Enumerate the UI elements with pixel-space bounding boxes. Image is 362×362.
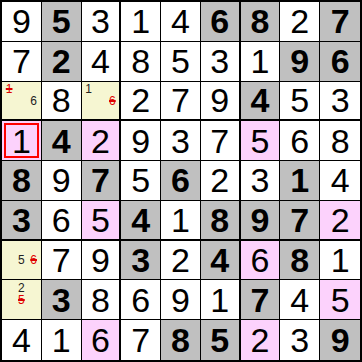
cell-r4c7[interactable]: 5	[241, 121, 281, 161]
cell-value: 7	[290, 203, 309, 237]
cell-r1c1[interactable]: 9	[2, 2, 42, 42]
cell-r5c3[interactable]: 7	[82, 161, 122, 201]
sudoku-board: 9531468277248531961681627945314293756889…	[0, 0, 362, 362]
cell-value: 3	[131, 243, 150, 277]
cell-r7c2[interactable]: 7	[42, 241, 82, 281]
cell-r2c5[interactable]: 5	[161, 42, 201, 82]
cell-value: 1	[171, 203, 190, 237]
cell-value: 3	[52, 283, 71, 317]
cell-value: 2	[131, 83, 150, 117]
cell-r8c3[interactable]: 8	[82, 280, 122, 320]
cell-value: 6	[52, 203, 71, 237]
cell-r2c4[interactable]: 8	[121, 42, 161, 82]
cell-value: 1	[131, 4, 150, 38]
cell-r7c6[interactable]: 4	[201, 241, 241, 281]
cell-r6c5[interactable]: 1	[161, 201, 201, 241]
cell-value: 2	[210, 163, 229, 197]
cell-r8c6[interactable]: 1	[201, 280, 241, 320]
cell-r5c7[interactable]: 3	[241, 161, 281, 201]
cell-value: 2	[171, 243, 190, 277]
cell-value: 2	[251, 323, 270, 357]
cell-value: 7	[210, 124, 229, 158]
pencil-mark-eliminated: 6	[28, 254, 40, 266]
pencil-mark: 5	[15, 254, 27, 266]
cell-r4c1[interactable]: 1	[2, 121, 42, 161]
cell-r5c5[interactable]: 6	[161, 161, 201, 201]
cell-r7c1[interactable]: 56	[2, 241, 42, 281]
cell-value: 6	[171, 163, 190, 197]
cell-value: 1	[12, 124, 31, 158]
cell-value: 7	[12, 44, 31, 78]
cell-value: 4	[290, 283, 309, 317]
cell-value: 2	[331, 203, 350, 237]
cell-r1c2[interactable]: 5	[42, 2, 82, 42]
cell-r2c1[interactable]: 7	[2, 42, 42, 82]
cell-r8c9[interactable]: 5	[320, 280, 360, 320]
pencil-marks: 56	[3, 242, 40, 279]
cell-value: 6	[131, 283, 150, 317]
cell-r3c5[interactable]: 7	[161, 82, 201, 122]
cell-r4c6[interactable]: 7	[201, 121, 241, 161]
cell-r1c6[interactable]: 6	[201, 2, 241, 42]
cell-value: 3	[91, 4, 110, 38]
cell-r2c2[interactable]: 2	[42, 42, 82, 82]
cell-r2c6[interactable]: 3	[201, 42, 241, 82]
cell-r4c9[interactable]: 8	[320, 121, 360, 161]
cell-r9c5[interactable]: 8	[161, 320, 201, 360]
cell-value: 3	[171, 124, 190, 158]
cell-value: 1	[331, 243, 350, 277]
cell-r4c2[interactable]: 4	[42, 121, 82, 161]
cell-value: 7	[91, 163, 110, 197]
cell-value: 8	[210, 203, 229, 237]
cell-r4c4[interactable]: 9	[121, 121, 161, 161]
cell-r9c9[interactable]: 9	[320, 320, 360, 360]
cell-r2c3[interactable]: 4	[82, 42, 122, 82]
cell-r9c7[interactable]: 2	[241, 320, 281, 360]
cell-value: 5	[290, 83, 309, 117]
cell-value: 8	[171, 323, 190, 357]
pencil-marks: 25	[3, 281, 40, 318]
pencil-mark: 1	[83, 83, 95, 95]
cell-value: 4	[91, 44, 110, 78]
cell-value: 2	[52, 44, 71, 78]
cell-r2c7[interactable]: 1	[241, 42, 281, 82]
cell-value: 8	[12, 163, 31, 197]
cell-r5c2[interactable]: 9	[42, 161, 82, 201]
cell-r7c9[interactable]: 1	[320, 241, 360, 281]
cell-r9c8[interactable]: 3	[280, 320, 320, 360]
cell-r6c7[interactable]: 9	[241, 201, 281, 241]
cell-value: 3	[251, 163, 270, 197]
cell-value: 1	[290, 163, 309, 197]
cell-r8c4[interactable]: 6	[121, 280, 161, 320]
cell-value: 6	[210, 4, 229, 38]
cell-r3c9[interactable]: 3	[320, 82, 360, 122]
cell-r7c7[interactable]: 6	[241, 241, 281, 281]
pencil-mark: 6	[28, 95, 40, 107]
cell-value: 6	[331, 44, 350, 78]
cell-value: 4	[331, 163, 350, 197]
cell-value: 8	[131, 44, 150, 78]
cell-r7c3[interactable]: 9	[82, 241, 122, 281]
cell-r7c4[interactable]: 3	[121, 241, 161, 281]
cell-r1c5[interactable]: 4	[161, 2, 201, 42]
cell-value: 9	[251, 203, 270, 237]
cell-r6c8[interactable]: 7	[280, 201, 320, 241]
cell-value: 6	[290, 124, 309, 158]
pencil-mark-eliminated: 1	[3, 83, 15, 95]
cell-value: 9	[210, 83, 229, 117]
cell-r9c4[interactable]: 7	[121, 320, 161, 360]
cell-r1c7[interactable]: 8	[241, 2, 281, 42]
cell-r3c6[interactable]: 9	[201, 82, 241, 122]
cell-r3c7[interactable]: 4	[241, 82, 281, 122]
cell-r1c9[interactable]: 7	[320, 2, 360, 42]
cell-value: 8	[331, 124, 350, 158]
cell-value: 5	[91, 203, 110, 237]
cell-value: 7	[171, 83, 190, 117]
cell-r9c6[interactable]: 5	[201, 320, 241, 360]
cell-value: 3	[290, 323, 309, 357]
cell-r9c2[interactable]: 1	[42, 320, 82, 360]
cell-r1c3[interactable]: 3	[82, 2, 122, 42]
cell-r6c9[interactable]: 2	[320, 201, 360, 241]
cell-value: 7	[331, 4, 350, 38]
cell-r5c8[interactable]: 1	[280, 161, 320, 201]
cell-value: 7	[251, 283, 270, 317]
cell-r6c6[interactable]: 8	[201, 201, 241, 241]
cell-r9c1[interactable]: 4	[2, 320, 42, 360]
cell-value: 2	[91, 124, 110, 158]
cell-r1c8[interactable]: 2	[280, 2, 320, 42]
cell-value: 4	[251, 83, 270, 117]
cell-r5c6[interactable]: 2	[201, 161, 241, 201]
cell-r3c2[interactable]: 8	[42, 82, 82, 122]
cell-r5c1[interactable]: 8	[2, 161, 42, 201]
cell-r7c5[interactable]: 2	[161, 241, 201, 281]
pencil-marks: 16	[83, 83, 119, 119]
cell-value: 9	[331, 323, 350, 357]
cell-value: 9	[52, 163, 71, 197]
cell-value: 8	[290, 243, 309, 277]
cell-r6c3[interactable]: 5	[82, 201, 122, 241]
cell-r1c4[interactable]: 1	[121, 2, 161, 42]
cell-r5c4[interactable]: 5	[121, 161, 161, 201]
cell-value: 9	[12, 4, 31, 38]
cell-r6c1[interactable]: 3	[2, 201, 42, 241]
cell-r5c9[interactable]: 4	[320, 161, 360, 201]
cell-value: 5	[171, 44, 190, 78]
cell-r2c8[interactable]: 9	[280, 42, 320, 82]
cell-value: 9	[290, 44, 309, 78]
pencil-marks: 16	[3, 83, 40, 119]
cell-r8c7[interactable]: 7	[241, 280, 281, 320]
cell-value: 8	[251, 4, 270, 38]
cell-value: 1	[251, 44, 270, 78]
cell-r8c2[interactable]: 3	[42, 280, 82, 320]
cell-value: 5	[331, 283, 350, 317]
cell-value: 7	[52, 243, 71, 277]
cell-value: 8	[52, 83, 71, 117]
cell-value: 4	[52, 124, 71, 158]
cell-value: 9	[131, 124, 150, 158]
cell-value: 5	[251, 124, 270, 158]
cell-r3c8[interactable]: 5	[280, 82, 320, 122]
cell-r6c2[interactable]: 6	[42, 201, 82, 241]
cell-value: 4	[210, 243, 229, 277]
cell-r8c5[interactable]: 9	[161, 280, 201, 320]
cell-value: 5	[210, 323, 229, 357]
cell-value: 4	[12, 323, 31, 357]
cell-value: 8	[91, 283, 110, 317]
cell-r4c5[interactable]: 3	[161, 121, 201, 161]
cell-r3c3[interactable]: 16	[82, 82, 122, 122]
cell-value: 7	[131, 323, 150, 357]
cell-value: 1	[210, 283, 229, 317]
cell-value: 9	[171, 283, 190, 317]
cell-value: 5	[131, 163, 150, 197]
cell-value: 5	[52, 4, 71, 38]
cell-value: 2	[290, 4, 309, 38]
cell-value: 4	[131, 203, 150, 237]
cell-r8c8[interactable]: 4	[280, 280, 320, 320]
cell-r3c1[interactable]: 16	[2, 82, 42, 122]
cell-r9c3[interactable]: 6	[82, 320, 122, 360]
cell-value: 6	[91, 323, 110, 357]
cell-value: 3	[210, 44, 229, 78]
cell-value: 3	[331, 83, 350, 117]
cell-r4c3[interactable]: 2	[82, 121, 122, 161]
pencil-mark: 2	[15, 281, 27, 293]
cell-value: 4	[171, 4, 190, 38]
pencil-mark-eliminated: 6	[106, 95, 118, 107]
cell-r4c8[interactable]: 6	[280, 121, 320, 161]
cell-r7c8[interactable]: 8	[280, 241, 320, 281]
cell-r6c4[interactable]: 4	[121, 201, 161, 241]
cell-value: 9	[91, 243, 110, 277]
cell-r3c4[interactable]: 2	[121, 82, 161, 122]
cell-value: 6	[251, 243, 270, 277]
cell-r2c9[interactable]: 6	[320, 42, 360, 82]
cell-value: 3	[12, 203, 31, 237]
cell-value: 1	[52, 323, 71, 357]
pencil-mark-eliminated: 5	[15, 294, 27, 306]
cell-r8c1[interactable]: 25	[2, 280, 42, 320]
